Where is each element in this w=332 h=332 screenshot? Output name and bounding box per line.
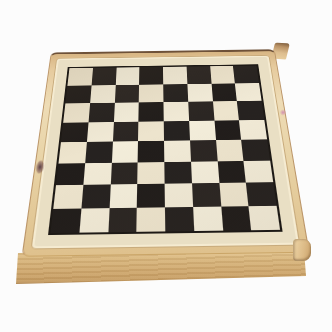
square-d2 <box>137 184 165 208</box>
square-g2 <box>219 183 249 207</box>
lid-rail-end <box>293 239 311 261</box>
square-g5 <box>214 120 241 140</box>
square-a5 <box>61 122 88 142</box>
square-a1 <box>50 208 81 233</box>
square-a3 <box>56 163 85 185</box>
square-h7 <box>235 83 262 101</box>
square-d6 <box>139 102 164 121</box>
square-e2 <box>165 183 193 207</box>
square-h4 <box>241 139 270 160</box>
square-b5 <box>87 122 114 142</box>
square-b8 <box>91 68 116 86</box>
square-a2 <box>53 185 83 209</box>
square-h3 <box>244 160 274 182</box>
square-e4 <box>164 140 191 161</box>
square-g7 <box>211 83 237 101</box>
square-h6 <box>237 101 264 120</box>
square-e5 <box>164 121 190 141</box>
square-b2 <box>81 184 110 208</box>
square-f3 <box>191 161 219 183</box>
square-f4 <box>190 140 217 161</box>
square-d1 <box>137 207 166 232</box>
square-c2 <box>109 184 137 208</box>
photo-background <box>0 0 332 332</box>
square-e7 <box>163 84 188 102</box>
square-f2 <box>192 183 221 207</box>
square-b4 <box>85 142 113 163</box>
checkerboard <box>48 64 283 235</box>
board-margin-panel <box>34 57 296 246</box>
square-c8 <box>115 67 139 84</box>
square-e1 <box>165 207 194 232</box>
square-b6 <box>88 103 114 122</box>
square-g6 <box>213 101 240 120</box>
square-f5 <box>189 120 216 140</box>
square-b3 <box>83 162 111 184</box>
square-h8 <box>233 66 259 83</box>
square-d8 <box>139 67 163 84</box>
square-a6 <box>63 103 90 122</box>
square-c5 <box>112 121 138 141</box>
square-g1 <box>221 206 252 231</box>
square-e3 <box>164 161 191 183</box>
square-b7 <box>90 85 115 103</box>
square-a7 <box>65 85 91 103</box>
square-f1 <box>193 206 223 231</box>
pink-mark <box>280 109 286 116</box>
square-d4 <box>138 141 164 162</box>
square-d3 <box>137 162 164 184</box>
square-a8 <box>67 68 92 86</box>
square-c1 <box>108 207 137 232</box>
square-c7 <box>114 84 139 102</box>
square-c3 <box>110 162 138 184</box>
box-lid-top <box>22 49 310 257</box>
square-g3 <box>217 161 246 183</box>
square-c4 <box>111 141 138 162</box>
square-d7 <box>139 84 164 102</box>
square-f6 <box>188 101 214 120</box>
square-a4 <box>59 142 87 163</box>
square-h1 <box>249 205 280 230</box>
square-g4 <box>216 140 244 161</box>
square-h5 <box>239 120 267 140</box>
square-c6 <box>113 102 138 121</box>
square-e6 <box>163 102 188 121</box>
square-d5 <box>138 121 164 141</box>
square-g8 <box>210 66 235 83</box>
square-f7 <box>187 83 212 101</box>
square-b1 <box>79 208 109 233</box>
square-e8 <box>163 67 187 84</box>
square-f8 <box>186 66 211 83</box>
square-h2 <box>246 182 276 206</box>
